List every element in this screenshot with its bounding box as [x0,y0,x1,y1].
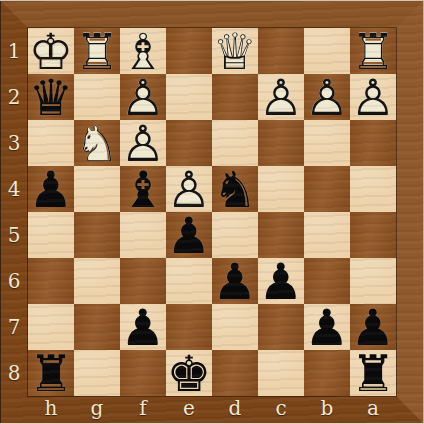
piece-white-pawn[interactable]: ♟♙ [304,74,350,120]
file-label-b: b [304,395,350,421]
piece-white-pawn[interactable]: ♟♙ [120,120,166,166]
white-rook-outline-icon: ♖ [350,29,396,75]
rank-label-2: 2 [1,74,27,120]
board-frame: ♚♔♜♖♝♗♛♕♜♖♛♟♙♟♙♟♙♟♙♞♘♟♙♟♝♟♙♞♟♟♟♟♟♟♜♚♜ [1,1,423,423]
rank-label-4: 4 [1,166,27,212]
white-pawn-outline-icon: ♙ [120,75,166,121]
file-label-f: f [120,395,166,421]
square-h6[interactable] [28,258,74,304]
square-h8[interactable]: ♜ [28,350,74,396]
piece-white-rook[interactable]: ♜♖ [350,28,396,74]
square-b2[interactable]: ♟♙ [304,74,350,120]
square-d3[interactable] [212,120,258,166]
square-c6[interactable]: ♟ [258,258,304,304]
square-b4[interactable] [304,166,350,212]
rank-label-7: 7 [1,304,27,350]
black-bishop-icon: ♝ [120,167,166,213]
rank-label-6: 6 [1,258,27,304]
square-e1[interactable] [166,28,212,74]
square-c7[interactable] [258,304,304,350]
square-g3[interactable]: ♞♘ [74,120,120,166]
square-c8[interactable] [258,350,304,396]
square-h7[interactable] [28,304,74,350]
square-b7[interactable]: ♟ [304,304,350,350]
white-pawn-icon: ♟ [350,75,396,121]
chess-board: ♚♔♜♖♝♗♛♕♜♖♛♟♙♟♙♟♙♟♙♞♘♟♙♟♝♟♙♞♟♟♟♟♟♟♜♚♜ [28,28,396,396]
black-queen-icon: ♛ [28,75,74,121]
piece-white-bishop[interactable]: ♝♗ [120,28,166,74]
piece-black-bishop[interactable]: ♝ [120,166,166,212]
white-pawn-outline-icon: ♙ [304,75,350,121]
black-pawn-icon: ♟ [350,305,396,351]
square-a1[interactable]: ♜♖ [350,28,396,74]
white-pawn-outline-icon: ♙ [166,167,212,213]
square-a8[interactable]: ♜ [350,350,396,396]
square-c3[interactable] [258,120,304,166]
white-queen-outline-icon: ♕ [212,29,258,75]
black-pawn-icon: ♟ [28,167,74,213]
square-h2[interactable]: ♛ [28,74,74,120]
piece-white-knight[interactable]: ♞♘ [74,120,120,166]
piece-white-pawn[interactable]: ♟♙ [120,74,166,120]
piece-black-pawn[interactable]: ♟ [212,258,258,304]
square-a7[interactable]: ♟ [350,304,396,350]
square-f2[interactable]: ♟♙ [120,74,166,120]
white-pawn-outline-icon: ♙ [120,121,166,167]
square-g7[interactable] [74,304,120,350]
file-label-d: d [212,395,258,421]
square-g5[interactable] [74,212,120,258]
piece-black-pawn[interactable]: ♟ [258,258,304,304]
black-pawn-icon: ♟ [120,305,166,351]
square-g8[interactable] [74,350,120,396]
white-pawn-icon: ♟ [120,121,166,167]
file-label-g: g [74,395,120,421]
square-e7[interactable] [166,304,212,350]
file-label-c: c [258,395,304,421]
piece-black-knight[interactable]: ♞ [212,166,258,212]
square-g2[interactable] [74,74,120,120]
chess-board-app: ♚♔♜♖♝♗♛♕♜♖♛♟♙♟♙♟♙♟♙♞♘♟♙♟♝♟♙♞♟♟♟♟♟♟♜♚♜ 12… [0,0,424,424]
white-king-outline-icon: ♔ [28,29,74,75]
black-rook-icon: ♜ [350,351,396,397]
square-e8[interactable]: ♚ [166,350,212,396]
square-g4[interactable] [74,166,120,212]
square-b6[interactable] [304,258,350,304]
square-g6[interactable] [74,258,120,304]
piece-white-pawn[interactable]: ♟♙ [258,74,304,120]
square-d6[interactable]: ♟ [212,258,258,304]
square-d2[interactable] [212,74,258,120]
square-f4[interactable]: ♝ [120,166,166,212]
piece-white-king[interactable]: ♚♔ [28,28,74,74]
white-king-icon: ♚ [28,29,74,75]
square-b3[interactable] [304,120,350,166]
piece-white-queen[interactable]: ♛♕ [212,28,258,74]
square-f1[interactable]: ♝♗ [120,28,166,74]
piece-black-pawn[interactable]: ♟ [28,166,74,212]
square-h1[interactable]: ♚♔ [28,28,74,74]
white-rook-icon: ♜ [74,29,120,75]
square-c1[interactable] [258,28,304,74]
black-pawn-icon: ♟ [166,213,212,259]
square-e5[interactable]: ♟ [166,212,212,258]
square-f6[interactable] [120,258,166,304]
square-f3[interactable]: ♟♙ [120,120,166,166]
square-c4[interactable] [258,166,304,212]
square-d1[interactable]: ♛♕ [212,28,258,74]
white-pawn-icon: ♟ [304,75,350,121]
square-h3[interactable] [28,120,74,166]
rank-label-5: 5 [1,212,27,258]
square-h4[interactable]: ♟ [28,166,74,212]
square-b8[interactable] [304,350,350,396]
piece-white-rook[interactable]: ♜♖ [74,28,120,74]
piece-white-pawn[interactable]: ♟♙ [350,74,396,120]
black-pawn-icon: ♟ [258,259,304,305]
black-pawn-icon: ♟ [304,305,350,351]
white-pawn-outline-icon: ♙ [350,75,396,121]
piece-black-pawn[interactable]: ♟ [350,304,396,350]
square-d8[interactable] [212,350,258,396]
square-b5[interactable] [304,212,350,258]
square-d7[interactable] [212,304,258,350]
piece-black-rook[interactable]: ♜ [350,350,396,396]
piece-black-rook[interactable]: ♜ [28,350,74,396]
white-knight-icon: ♞ [74,121,120,167]
square-b1[interactable] [304,28,350,74]
piece-black-pawn[interactable]: ♟ [166,212,212,258]
square-d4[interactable]: ♞ [212,166,258,212]
file-label-h: h [28,395,74,421]
square-c5[interactable] [258,212,304,258]
square-a5[interactable] [350,212,396,258]
square-a3[interactable] [350,120,396,166]
square-e4[interactable]: ♟♙ [166,166,212,212]
black-king-icon: ♚ [166,351,212,397]
white-queen-icon: ♛ [212,29,258,75]
file-label-e: e [166,395,212,421]
square-f5[interactable] [120,212,166,258]
square-h5[interactable] [28,212,74,258]
white-pawn-outline-icon: ♙ [258,75,304,121]
white-knight-outline-icon: ♘ [74,121,120,167]
square-d5[interactable] [212,212,258,258]
square-e2[interactable] [166,74,212,120]
square-f8[interactable] [120,350,166,396]
square-a2[interactable]: ♟♙ [350,74,396,120]
square-e3[interactable] [166,120,212,166]
white-bishop-icon: ♝ [120,29,166,75]
piece-black-queen[interactable]: ♛ [28,74,74,120]
square-a6[interactable] [350,258,396,304]
square-e6[interactable] [166,258,212,304]
white-pawn-icon: ♟ [166,167,212,213]
rank-label-3: 3 [1,120,27,166]
square-a4[interactable] [350,166,396,212]
white-pawn-icon: ♟ [258,75,304,121]
black-pawn-icon: ♟ [212,259,258,305]
white-rook-outline-icon: ♖ [74,29,120,75]
piece-black-pawn[interactable]: ♟ [120,304,166,350]
piece-black-king[interactable]: ♚ [166,350,212,396]
rank-label-8: 8 [1,350,27,396]
square-c2[interactable]: ♟♙ [258,74,304,120]
piece-white-pawn[interactable]: ♟♙ [166,166,212,212]
square-f7[interactable]: ♟ [120,304,166,350]
piece-black-pawn[interactable]: ♟ [304,304,350,350]
white-pawn-icon: ♟ [120,75,166,121]
white-rook-icon: ♜ [350,29,396,75]
rank-label-1: 1 [1,28,27,74]
black-rook-icon: ♜ [28,351,74,397]
white-bishop-outline-icon: ♗ [120,29,166,75]
square-g1[interactable]: ♜♖ [74,28,120,74]
file-label-a: a [350,395,396,421]
black-knight-icon: ♞ [212,167,258,213]
